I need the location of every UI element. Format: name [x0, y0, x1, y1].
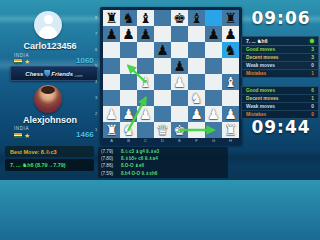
square-b7[interactable]: ♟: [120, 26, 137, 42]
white-pawn: ♟: [190, 106, 203, 122]
star-icon: ★: [24, 58, 30, 65]
rank-label: 8: [95, 10, 97, 26]
black-pawn: ♟: [105, 26, 118, 42]
stats-header: 7. ... ♞h6: [242, 37, 318, 46]
india-flag-icon: [14, 59, 22, 64]
black-pawn: ♟: [207, 26, 220, 42]
chess-board[interactable]: ♜♞♝♚♝♜♟♟♟♟♟♟♞♟♝♟♝♞♟♟♟♟♟♟♜♞♛♚♜: [103, 10, 239, 138]
rank-label: 4: [95, 74, 97, 90]
stat-row-decent: Decent moves3: [242, 54, 318, 62]
white-bishop: ♝: [139, 74, 152, 90]
file-label: C: [137, 138, 154, 144]
file-label: F: [188, 138, 205, 144]
square-d7[interactable]: [154, 26, 171, 42]
square-c4[interactable]: ♝: [137, 74, 154, 90]
black-knight: ♞: [224, 42, 237, 58]
square-g2[interactable]: ♟: [205, 106, 222, 122]
black-rook: ♜: [224, 10, 237, 26]
square-b2[interactable]: ♟: [120, 106, 137, 122]
square-a5[interactable]: [103, 58, 120, 74]
black-bishop: ♝: [139, 10, 152, 26]
square-b8[interactable]: ♞: [120, 10, 137, 26]
square-c1[interactable]: [137, 122, 154, 138]
square-e8[interactable]: ♚: [171, 10, 188, 26]
square-b6[interactable]: [120, 42, 137, 58]
engine-line: (7.86)8.O-O ♝e6: [101, 162, 225, 169]
file-label: B: [120, 138, 137, 144]
black-bishop: ♝: [190, 10, 203, 26]
top-player-stats-panel: 7. ... ♞h6 Good moves3 Decent moves3 Wea…: [241, 36, 319, 78]
square-c2[interactable]: ♟: [137, 106, 154, 122]
top-player-flag-row: ★: [14, 58, 30, 65]
square-c8[interactable]: ♝: [137, 10, 154, 26]
square-h5[interactable]: [222, 58, 239, 74]
white-pawn: ♟: [224, 106, 237, 122]
white-king: ♚: [173, 122, 186, 138]
star-icon: ★: [24, 132, 30, 139]
bottom-player-clock: 09:44: [246, 117, 316, 137]
stat-row-decent: Decent moves1: [242, 95, 318, 103]
square-f7[interactable]: [188, 26, 205, 42]
square-f5[interactable]: [188, 58, 205, 74]
square-b5[interactable]: [120, 58, 137, 74]
square-h3[interactable]: [222, 90, 239, 106]
logo-text-right: Friends: [51, 71, 73, 77]
bottom-player-flag-row: ★: [14, 132, 30, 139]
square-g1[interactable]: [205, 122, 222, 138]
square-d3[interactable]: [154, 90, 171, 106]
square-a8[interactable]: ♜: [103, 10, 120, 26]
black-pawn: ♟: [224, 26, 237, 42]
white-pawn: ♟: [122, 106, 135, 122]
top-player-clock: 09:06: [246, 8, 316, 28]
black-king: ♚: [173, 10, 186, 26]
logo-suffix: .com: [74, 73, 83, 78]
bottom-player-rating: 1466: [76, 130, 94, 139]
engine-line: (7.80)8.♗b5+ c6 9.♗a4: [101, 155, 225, 162]
square-g4[interactable]: [205, 74, 222, 90]
logo-text-left: Chess: [25, 71, 43, 77]
square-g6[interactable]: [205, 42, 222, 58]
engine-lines-panel: (7.79)8.♘c3 ♝g4 9.♗e3 (7.80)8.♗b5+ c6 9.…: [98, 147, 228, 178]
black-pawn: ♟: [156, 42, 169, 58]
rank-label: 3: [95, 90, 97, 106]
white-pawn: ♟: [105, 106, 118, 122]
square-b3[interactable]: [120, 90, 137, 106]
top-player-name: Carlo123456: [2, 41, 98, 51]
user-avatar-icon: [39, 26, 57, 39]
stat-row-good: Good moves6: [242, 87, 318, 95]
black-knight: ♞: [122, 10, 135, 26]
file-label: A: [103, 138, 120, 144]
white-rook: ♜: [224, 122, 237, 138]
file-label: E: [171, 138, 188, 144]
square-c5[interactable]: [137, 58, 154, 74]
square-d4[interactable]: [154, 74, 171, 90]
bottom-player-country: INDIA: [14, 126, 29, 131]
white-queen: ♛: [156, 122, 169, 138]
shield-icon: [44, 70, 50, 77]
bottom-player-name: Alexjohnson: [2, 115, 98, 125]
white-pawn: ♟: [173, 74, 186, 90]
square-e7[interactable]: [171, 26, 188, 42]
square-h6[interactable]: ♞: [222, 42, 239, 58]
square-e4[interactable]: ♟: [171, 74, 188, 90]
stat-row-mistakes: Mistakes1: [242, 70, 318, 77]
top-player-avatar: [34, 11, 62, 39]
stat-row-weak: Weak moves0: [242, 103, 318, 111]
square-f1[interactable]: [188, 122, 205, 138]
square-b1[interactable]: ♞: [120, 122, 137, 138]
chessfriends-logo: Chess Friends .com: [10, 66, 98, 81]
black-pawn: ♟: [122, 26, 135, 42]
file-label: D: [154, 138, 171, 144]
user-avatar-icon: [44, 15, 53, 24]
file-label: H: [222, 138, 239, 144]
chess-board-frame: 87654321 ♜♞♝♚♝♜♟♟♟♟♟♟♞♟♝♟♝♞♟♟♟♟♟♟♜♞♛♚♜ A…: [100, 7, 242, 145]
square-g3[interactable]: [205, 90, 222, 106]
square-e3[interactable]: [171, 90, 188, 106]
rank-label: 7: [95, 26, 97, 42]
white-pawn: ♟: [207, 106, 220, 122]
square-a3[interactable]: [103, 90, 120, 106]
square-e5[interactable]: ♟: [171, 58, 188, 74]
white-rook: ♜: [105, 122, 118, 138]
square-a4[interactable]: [103, 74, 120, 90]
square-d1[interactable]: ♛: [154, 122, 171, 138]
played-move-bar: 7. ... ♞h6 (8.79→7.79): [5, 159, 94, 171]
square-c6[interactable]: [137, 42, 154, 58]
avatar-photo: [41, 86, 55, 94]
engine-line: (7.79)8.♘c3 ♝g4 9.♗e3: [101, 148, 225, 155]
stat-row-weak: Weak moves0: [242, 62, 318, 70]
black-rook: ♜: [105, 10, 118, 26]
square-c7[interactable]: ♟: [137, 26, 154, 42]
square-h8[interactable]: ♜: [222, 10, 239, 26]
square-d8[interactable]: [154, 10, 171, 26]
square-h7[interactable]: ♟: [222, 26, 239, 42]
square-c3[interactable]: [137, 90, 154, 106]
square-f6[interactable]: [188, 42, 205, 58]
white-bishop: ♝: [224, 74, 237, 90]
square-a1[interactable]: ♜: [103, 122, 120, 138]
square-e6[interactable]: [171, 42, 188, 58]
bottom-player-stats-panel: Good moves6 Decent moves1 Weak moves0 Mi…: [241, 86, 319, 119]
square-f2[interactable]: ♟: [188, 106, 205, 122]
top-player-rating: 1060: [76, 56, 94, 65]
square-a7[interactable]: ♟: [103, 26, 120, 42]
square-f4[interactable]: [188, 74, 205, 90]
best-move-bar: Best Move: 8.♘c3: [5, 146, 94, 157]
square-d6[interactable]: ♟: [154, 42, 171, 58]
engine-line: (7.59)8.h4 O-O 9.♗xh6: [101, 170, 225, 177]
square-e2[interactable]: [171, 106, 188, 122]
rank-label: 2: [95, 106, 97, 122]
square-f3[interactable]: ♞: [188, 90, 205, 106]
white-knight: ♞: [122, 122, 135, 138]
bottom-player-avatar: [34, 85, 62, 113]
white-knight: ♞: [190, 90, 203, 106]
square-b4[interactable]: [120, 74, 137, 90]
square-g5[interactable]: [205, 58, 222, 74]
square-h2[interactable]: ♟: [222, 106, 239, 122]
square-a2[interactable]: ♟: [103, 106, 120, 122]
black-pawn: ♟: [139, 26, 152, 42]
square-h1[interactable]: ♜: [222, 122, 239, 138]
file-labels: ABCDEFGH: [103, 138, 239, 144]
white-pawn: ♟: [139, 106, 152, 122]
india-flag-icon: [14, 133, 22, 138]
stat-row-good: Good moves3: [242, 46, 318, 54]
square-d5[interactable]: [154, 58, 171, 74]
file-label: G: [205, 138, 222, 144]
green-dot-icon: [310, 39, 314, 43]
square-h4[interactable]: ♝: [222, 74, 239, 90]
last-move-label: 7. ... ♞h6: [246, 38, 267, 44]
square-f8[interactable]: ♝: [188, 10, 205, 26]
rank-label: 5: [95, 58, 97, 74]
square-a6[interactable]: [103, 42, 120, 58]
square-d2[interactable]: [154, 106, 171, 122]
rank-labels: 87654321: [95, 10, 97, 138]
square-g7[interactable]: ♟: [205, 26, 222, 42]
black-pawn: ♟: [173, 58, 186, 74]
square-e1[interactable]: ♚: [171, 122, 188, 138]
rank-label: 6: [95, 42, 97, 58]
square-g8[interactable]: [205, 10, 222, 26]
rank-label: 1: [95, 122, 97, 138]
